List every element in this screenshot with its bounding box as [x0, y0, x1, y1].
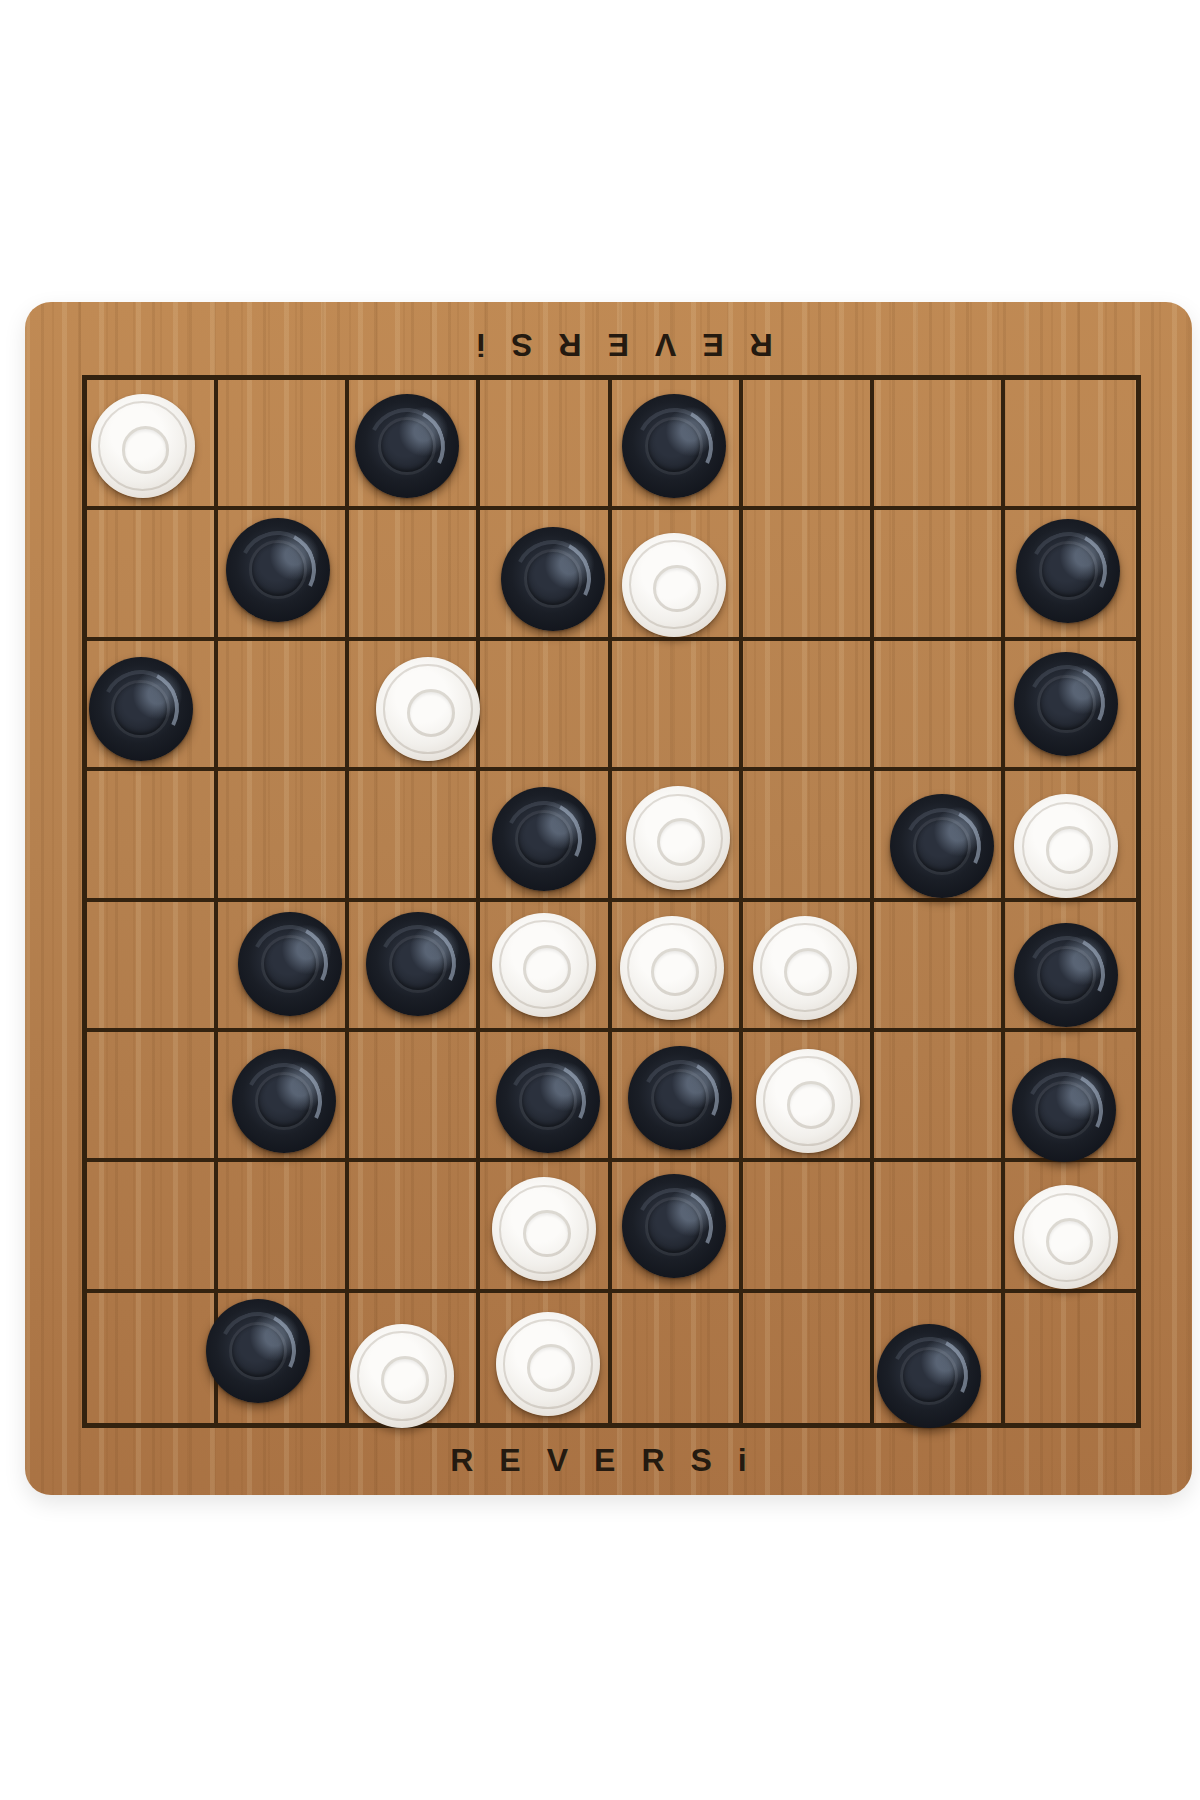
cell-c3[interactable] — [349, 641, 480, 771]
cell-c2[interactable] — [349, 510, 480, 640]
cell-b8[interactable] — [218, 1293, 349, 1423]
cell-g4[interactable] — [874, 771, 1005, 901]
disc-white[interactable] — [620, 916, 724, 1020]
disc-white[interactable] — [753, 916, 857, 1020]
cell-a3[interactable] — [87, 641, 218, 771]
disc-black[interactable] — [492, 787, 596, 891]
cell-c5[interactable] — [349, 902, 480, 1032]
disc-black[interactable] — [628, 1046, 732, 1150]
cell-d7[interactable] — [480, 1162, 611, 1292]
cell-b5[interactable] — [218, 902, 349, 1032]
cell-h2[interactable] — [1005, 510, 1136, 640]
reversi-grid — [82, 375, 1141, 1428]
disc-white[interactable] — [622, 533, 726, 637]
cell-c6[interactable] — [349, 1032, 480, 1162]
cell-g6[interactable] — [874, 1032, 1005, 1162]
disc-white[interactable] — [376, 657, 480, 761]
cell-g7[interactable] — [874, 1162, 1005, 1292]
cell-b2[interactable] — [218, 510, 349, 640]
cell-d4[interactable] — [480, 771, 611, 901]
cell-b4[interactable] — [218, 771, 349, 901]
cell-a1[interactable] — [87, 380, 218, 510]
cell-h6[interactable] — [1005, 1032, 1136, 1162]
cell-f7[interactable] — [743, 1162, 874, 1292]
cell-e5[interactable] — [612, 902, 743, 1032]
cell-d6[interactable] — [480, 1032, 611, 1162]
disc-black[interactable] — [1014, 652, 1118, 756]
cell-a8[interactable] — [87, 1293, 218, 1423]
disc-black[interactable] — [226, 518, 330, 622]
cell-a7[interactable] — [87, 1162, 218, 1292]
disc-white[interactable] — [496, 1312, 600, 1416]
cell-g5[interactable] — [874, 902, 1005, 1032]
cell-a6[interactable] — [87, 1032, 218, 1162]
disc-white[interactable] — [492, 1177, 596, 1281]
cell-g3[interactable] — [874, 641, 1005, 771]
disc-white[interactable] — [1014, 794, 1118, 898]
cell-d8[interactable] — [480, 1293, 611, 1423]
cell-e4[interactable] — [612, 771, 743, 901]
cell-f1[interactable] — [743, 380, 874, 510]
disc-black[interactable] — [877, 1324, 981, 1428]
cell-e3[interactable] — [612, 641, 743, 771]
disc-black[interactable] — [1014, 923, 1118, 1027]
disc-black[interactable] — [206, 1299, 310, 1403]
cell-g8[interactable] — [874, 1293, 1005, 1423]
disc-white[interactable] — [492, 913, 596, 1017]
disc-black[interactable] — [89, 657, 193, 761]
reversi-board-panel: REVERSi REVERSi — [25, 302, 1192, 1495]
cell-h4[interactable] — [1005, 771, 1136, 901]
cell-d3[interactable] — [480, 641, 611, 771]
cell-a4[interactable] — [87, 771, 218, 901]
disc-black[interactable] — [622, 1174, 726, 1278]
cell-f2[interactable] — [743, 510, 874, 640]
cell-f8[interactable] — [743, 1293, 874, 1423]
cell-e7[interactable] — [612, 1162, 743, 1292]
disc-white[interactable] — [756, 1049, 860, 1153]
cell-f6[interactable] — [743, 1032, 874, 1162]
disc-black[interactable] — [1012, 1058, 1116, 1162]
disc-black[interactable] — [890, 794, 994, 898]
cell-a5[interactable] — [87, 902, 218, 1032]
board-title-bottom: REVERSi — [82, 1437, 1141, 1483]
disc-black[interactable] — [501, 527, 605, 631]
disc-black[interactable] — [366, 912, 470, 1016]
disc-white[interactable] — [626, 786, 730, 890]
disc-black[interactable] — [232, 1049, 336, 1153]
cell-f5[interactable] — [743, 902, 874, 1032]
cell-d1[interactable] — [480, 380, 611, 510]
cell-c7[interactable] — [349, 1162, 480, 1292]
cell-h7[interactable] — [1005, 1162, 1136, 1292]
cell-h3[interactable] — [1005, 641, 1136, 771]
cell-b6[interactable] — [218, 1032, 349, 1162]
cell-c1[interactable] — [349, 380, 480, 510]
cell-a2[interactable] — [87, 510, 218, 640]
cell-h8[interactable] — [1005, 1293, 1136, 1423]
cell-c8[interactable] — [349, 1293, 480, 1423]
photo-canvas: REVERSi REVERSi — [0, 0, 1200, 1800]
cell-g1[interactable] — [874, 380, 1005, 510]
cell-b7[interactable] — [218, 1162, 349, 1292]
cell-d2[interactable] — [480, 510, 611, 640]
disc-white[interactable] — [91, 394, 195, 498]
cell-e8[interactable] — [612, 1293, 743, 1423]
disc-white[interactable] — [350, 1324, 454, 1428]
cell-e1[interactable] — [612, 380, 743, 510]
cell-h1[interactable] — [1005, 380, 1136, 510]
cell-e2[interactable] — [612, 510, 743, 640]
disc-black[interactable] — [238, 912, 342, 1016]
cell-g2[interactable] — [874, 510, 1005, 640]
board-title-top-rotated: REVERSi — [82, 322, 1141, 368]
cell-f3[interactable] — [743, 641, 874, 771]
disc-black[interactable] — [355, 394, 459, 498]
cell-b1[interactable] — [218, 380, 349, 510]
disc-black[interactable] — [622, 394, 726, 498]
disc-white[interactable] — [1014, 1185, 1118, 1289]
cell-e6[interactable] — [612, 1032, 743, 1162]
cell-f4[interactable] — [743, 771, 874, 901]
cell-c4[interactable] — [349, 771, 480, 901]
disc-black[interactable] — [496, 1049, 600, 1153]
disc-black[interactable] — [1016, 519, 1120, 623]
cell-b3[interactable] — [218, 641, 349, 771]
cell-d5[interactable] — [480, 902, 611, 1032]
cell-h5[interactable] — [1005, 902, 1136, 1032]
